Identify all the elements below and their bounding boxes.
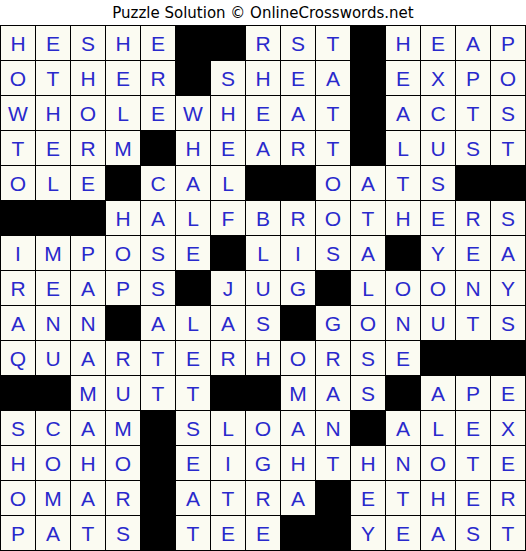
- letter-cell: T: [316, 96, 350, 130]
- letter-cell: N: [456, 271, 490, 305]
- letter-cell: S: [176, 411, 210, 445]
- letter-cell: X: [421, 61, 455, 95]
- letter-cell: S: [421, 166, 455, 200]
- letter-cell: L: [246, 236, 280, 270]
- letter-cell: C: [141, 166, 175, 200]
- letter-cell: E: [106, 61, 140, 95]
- letter-cell: L: [351, 271, 385, 305]
- letter-cell: E: [351, 481, 385, 515]
- letter-cell: A: [316, 61, 350, 95]
- letter-cell: A: [456, 26, 490, 60]
- letter-cell: C: [36, 411, 70, 445]
- letter-cell: R: [246, 26, 280, 60]
- block-cell: [106, 306, 140, 340]
- letter-cell: A: [281, 481, 315, 515]
- letter-cell: U: [106, 376, 140, 410]
- letter-cell: H: [106, 26, 140, 60]
- letter-cell: A: [386, 411, 420, 445]
- letter-cell: E: [211, 131, 245, 165]
- block-cell: [281, 516, 315, 550]
- block-cell: [456, 341, 490, 375]
- letter-cell: M: [106, 411, 140, 445]
- letter-cell: H: [246, 61, 280, 95]
- letter-cell: R: [456, 201, 490, 235]
- letter-cell: A: [71, 411, 105, 445]
- letter-cell: E: [491, 446, 525, 480]
- letter-cell: E: [456, 236, 490, 270]
- letter-cell: O: [36, 446, 70, 480]
- letter-cell: E: [176, 236, 210, 270]
- block-cell: [1, 201, 35, 235]
- block-cell: [141, 446, 175, 480]
- block-cell: [386, 376, 420, 410]
- letter-cell: C: [421, 96, 455, 130]
- letter-cell: W: [176, 96, 210, 130]
- letter-cell: H: [71, 61, 105, 95]
- block-cell: [456, 166, 490, 200]
- letter-cell: R: [211, 341, 245, 375]
- letter-cell: T: [316, 446, 350, 480]
- letter-cell: R: [281, 201, 315, 235]
- letter-cell: A: [491, 236, 525, 270]
- letter-cell: X: [491, 411, 525, 445]
- letter-cell: U: [246, 271, 280, 305]
- letter-cell: R: [141, 61, 175, 95]
- letter-cell: A: [176, 481, 210, 515]
- letter-cell: E: [386, 61, 420, 95]
- letter-cell: W: [1, 96, 35, 130]
- block-cell: [106, 166, 140, 200]
- letter-cell: O: [281, 341, 315, 375]
- letter-cell: A: [71, 271, 105, 305]
- letter-cell: M: [36, 481, 70, 515]
- block-cell: [386, 236, 420, 270]
- letter-cell: T: [456, 446, 490, 480]
- letter-cell: R: [246, 481, 280, 515]
- letter-cell: M: [71, 376, 105, 410]
- letter-cell: P: [491, 26, 525, 60]
- block-cell: [316, 481, 350, 515]
- letter-cell: O: [1, 481, 35, 515]
- letter-cell: T: [141, 376, 175, 410]
- letter-cell: E: [386, 516, 420, 550]
- letter-cell: E: [36, 131, 70, 165]
- letter-cell: E: [246, 516, 280, 550]
- letter-cell: A: [351, 236, 385, 270]
- letter-cell: O: [316, 201, 350, 235]
- letter-cell: A: [281, 411, 315, 445]
- letter-cell: L: [386, 131, 420, 165]
- letter-cell: I: [1, 236, 35, 270]
- letter-cell: E: [491, 376, 525, 410]
- letter-cell: T: [386, 481, 420, 515]
- block-cell: [421, 341, 455, 375]
- letter-cell: S: [141, 271, 175, 305]
- letter-cell: T: [316, 131, 350, 165]
- letter-cell: N: [316, 411, 350, 445]
- letter-cell: S: [1, 411, 35, 445]
- letter-cell: A: [141, 306, 175, 340]
- letter-cell: A: [281, 96, 315, 130]
- letter-cell: E: [421, 201, 455, 235]
- letter-cell: Y: [351, 516, 385, 550]
- block-cell: [176, 61, 210, 95]
- letter-cell: A: [1, 306, 35, 340]
- letter-cell: H: [71, 446, 105, 480]
- letter-cell: M: [281, 376, 315, 410]
- letter-cell: T: [36, 61, 70, 95]
- letter-cell: A: [421, 516, 455, 550]
- block-cell: [176, 271, 210, 305]
- letter-cell: T: [176, 516, 210, 550]
- letter-cell: L: [211, 166, 245, 200]
- letter-cell: E: [71, 166, 105, 200]
- block-cell: [351, 26, 385, 60]
- letter-cell: P: [1, 516, 35, 550]
- letter-cell: T: [351, 201, 385, 235]
- letter-cell: G: [246, 446, 280, 480]
- letter-cell: T: [491, 516, 525, 550]
- letter-cell: I: [281, 236, 315, 270]
- letter-cell: O: [106, 236, 140, 270]
- block-cell: [491, 166, 525, 200]
- block-cell: [246, 166, 280, 200]
- letter-cell: E: [211, 516, 245, 550]
- letter-cell: A: [71, 341, 105, 375]
- letter-cell: Y: [491, 271, 525, 305]
- letter-cell: O: [421, 271, 455, 305]
- letter-cell: L: [421, 411, 455, 445]
- letter-cell: S: [456, 516, 490, 550]
- letter-cell: S: [491, 306, 525, 340]
- letter-cell: S: [351, 341, 385, 375]
- letter-cell: T: [316, 26, 350, 60]
- letter-cell: T: [456, 96, 490, 130]
- letter-cell: E: [36, 271, 70, 305]
- letter-cell: O: [106, 446, 140, 480]
- letter-cell: M: [36, 236, 70, 270]
- block-cell: [141, 516, 175, 550]
- letter-cell: A: [351, 166, 385, 200]
- letter-cell: T: [1, 131, 35, 165]
- letter-cell: O: [1, 166, 35, 200]
- block-cell: [36, 376, 70, 410]
- letter-cell: P: [106, 271, 140, 305]
- letter-cell: L: [176, 306, 210, 340]
- letter-cell: Y: [421, 236, 455, 270]
- letter-cell: S: [281, 26, 315, 60]
- letter-cell: N: [71, 306, 105, 340]
- block-cell: [211, 236, 245, 270]
- letter-cell: S: [491, 96, 525, 130]
- letter-cell: A: [421, 376, 455, 410]
- letter-cell: T: [456, 306, 490, 340]
- block-cell: [351, 61, 385, 95]
- block-cell: [316, 516, 350, 550]
- letter-cell: E: [246, 96, 280, 130]
- letter-cell: E: [176, 446, 210, 480]
- letter-cell: O: [1, 61, 35, 95]
- block-cell: [71, 201, 105, 235]
- block-cell: [211, 376, 245, 410]
- letter-cell: Q: [1, 341, 35, 375]
- letter-cell: T: [176, 376, 210, 410]
- letter-cell: O: [386, 271, 420, 305]
- block-cell: [316, 271, 350, 305]
- block-cell: [351, 96, 385, 130]
- letter-cell: N: [386, 446, 420, 480]
- letter-cell: A: [316, 376, 350, 410]
- letter-cell: T: [491, 131, 525, 165]
- letter-cell: T: [386, 166, 420, 200]
- letter-cell: O: [316, 166, 350, 200]
- letter-cell: S: [456, 131, 490, 165]
- letter-cell: H: [386, 26, 420, 60]
- block-cell: [176, 26, 210, 60]
- letter-cell: H: [36, 96, 70, 130]
- block-cell: [141, 481, 175, 515]
- block-cell: [351, 131, 385, 165]
- letter-cell: P: [456, 61, 490, 95]
- letter-cell: H: [1, 26, 35, 60]
- letter-cell: S: [211, 61, 245, 95]
- letter-cell: R: [71, 131, 105, 165]
- letter-cell: H: [246, 341, 280, 375]
- letter-cell: S: [491, 201, 525, 235]
- letter-cell: P: [456, 376, 490, 410]
- letter-cell: A: [386, 96, 420, 130]
- letter-cell: O: [246, 411, 280, 445]
- letter-cell: R: [316, 341, 350, 375]
- letter-cell: S: [316, 236, 350, 270]
- block-cell: [351, 411, 385, 445]
- letter-cell: A: [71, 481, 105, 515]
- letter-cell: E: [386, 341, 420, 375]
- block-cell: [281, 306, 315, 340]
- letter-cell: E: [141, 96, 175, 130]
- letter-cell: T: [141, 341, 175, 375]
- letter-cell: E: [176, 341, 210, 375]
- letter-cell: S: [71, 26, 105, 60]
- letter-cell: H: [106, 201, 140, 235]
- letter-cell: E: [281, 61, 315, 95]
- letter-cell: U: [36, 341, 70, 375]
- letter-cell: S: [351, 376, 385, 410]
- letter-cell: S: [106, 516, 140, 550]
- letter-cell: G: [281, 271, 315, 305]
- block-cell: [36, 201, 70, 235]
- letter-cell: H: [351, 446, 385, 480]
- letter-cell: N: [36, 306, 70, 340]
- letter-cell: E: [456, 411, 490, 445]
- letter-cell: T: [211, 481, 245, 515]
- letter-cell: R: [281, 131, 315, 165]
- letter-cell: M: [106, 131, 140, 165]
- letter-cell: A: [36, 516, 70, 550]
- letter-cell: L: [106, 96, 140, 130]
- letter-cell: R: [106, 341, 140, 375]
- letter-cell: E: [456, 481, 490, 515]
- letter-cell: E: [36, 26, 70, 60]
- letter-cell: A: [246, 131, 280, 165]
- letter-cell: U: [421, 306, 455, 340]
- block-cell: [141, 411, 175, 445]
- letter-cell: S: [246, 306, 280, 340]
- block-cell: [211, 26, 245, 60]
- letter-cell: H: [281, 446, 315, 480]
- letter-cell: I: [211, 446, 245, 480]
- letter-cell: E: [421, 26, 455, 60]
- letter-cell: E: [141, 26, 175, 60]
- letter-cell: T: [71, 516, 105, 550]
- letter-cell: L: [36, 166, 70, 200]
- letter-cell: J: [211, 271, 245, 305]
- letter-cell: R: [1, 271, 35, 305]
- block-cell: [491, 341, 525, 375]
- letter-cell: H: [386, 201, 420, 235]
- letter-cell: A: [211, 306, 245, 340]
- letter-cell: L: [176, 201, 210, 235]
- block-cell: [1, 376, 35, 410]
- letter-cell: H: [1, 446, 35, 480]
- block-cell: [246, 376, 280, 410]
- letter-cell: B: [246, 201, 280, 235]
- letter-cell: G: [316, 306, 350, 340]
- letter-cell: U: [421, 131, 455, 165]
- block-cell: [281, 166, 315, 200]
- page-title: Puzzle Solution © OnlineCrosswords.net: [0, 0, 526, 25]
- letter-cell: O: [71, 96, 105, 130]
- letter-cell: A: [141, 201, 175, 235]
- letter-cell: O: [491, 61, 525, 95]
- letter-cell: R: [106, 481, 140, 515]
- letter-cell: L: [211, 411, 245, 445]
- block-cell: [141, 131, 175, 165]
- letter-cell: A: [176, 166, 210, 200]
- letter-cell: P: [71, 236, 105, 270]
- letter-cell: N: [386, 306, 420, 340]
- letter-cell: R: [491, 481, 525, 515]
- letter-cell: H: [211, 96, 245, 130]
- letter-cell: F: [211, 201, 245, 235]
- letter-cell: S: [141, 236, 175, 270]
- letter-cell: O: [421, 446, 455, 480]
- letter-cell: H: [421, 481, 455, 515]
- letter-cell: H: [176, 131, 210, 165]
- letter-cell: O: [351, 306, 385, 340]
- crossword-grid: HESHERSTHEAPOTHERSHEAEXPOWHOLEWHEATACTST…: [0, 25, 526, 551]
